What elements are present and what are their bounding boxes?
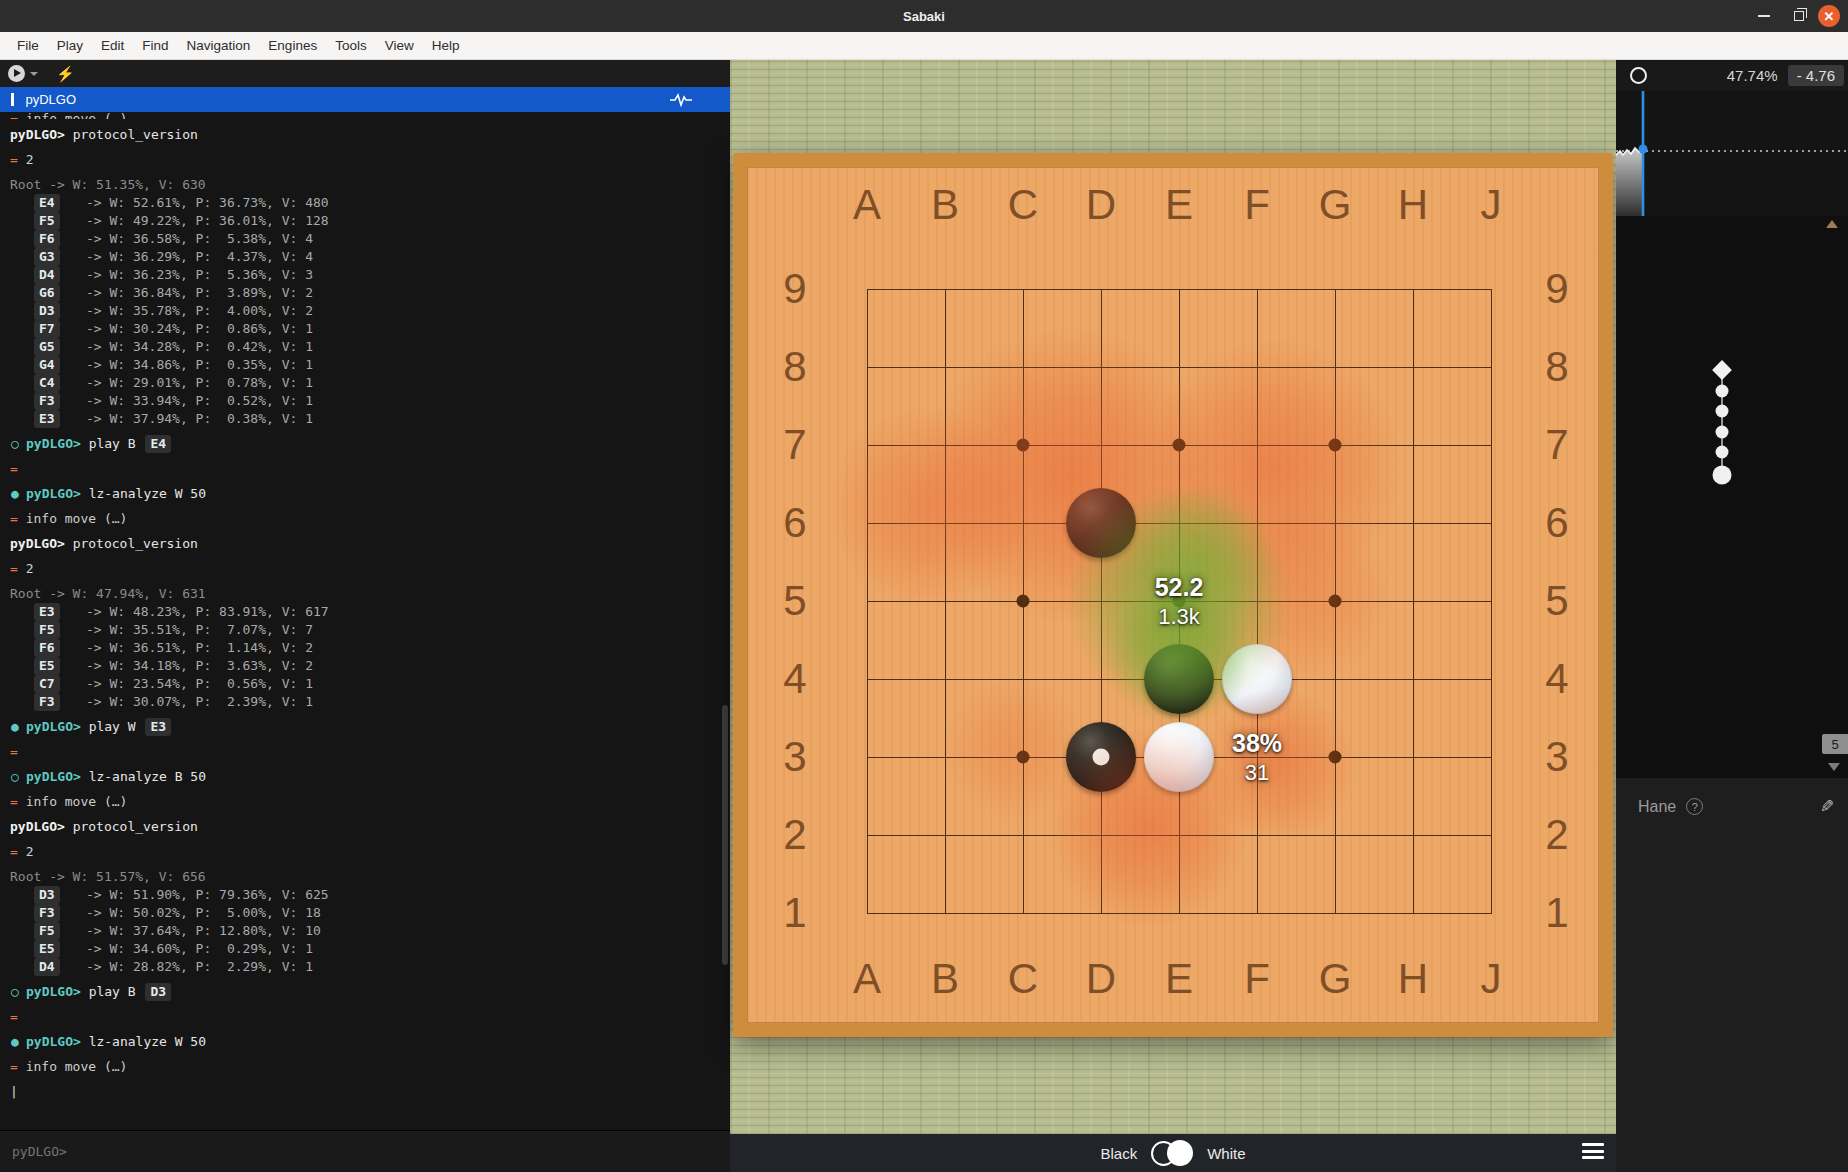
tree-node-root-diamond[interactable] [1712,360,1732,380]
console-line: F5-> W: 37.64%, P: 12.80%, V: 10 [10,922,730,940]
player-bar: Black White [730,1134,1616,1172]
console-scrollbar[interactable] [722,705,728,965]
coord-left-9: 9 [783,265,806,313]
console-line: = 2 [10,843,730,861]
coord-bottom-B: B [931,955,959,1003]
coord-bottom-A: A [853,955,881,1003]
coord-bottom-C: C [1008,955,1038,1003]
console-line: Root -> W: 47.94%, V: 631 [10,585,730,603]
minimize-button[interactable] [1758,0,1770,32]
last-move-marker [1093,749,1110,766]
console-log[interactable]: = info move (…)pyDLGO> protocol_version=… [0,112,730,1130]
annotation-help-icon[interactable]: ? [1686,798,1703,815]
console-line: pyDLGO> protocol_version [10,535,730,553]
coord-top-F: F [1244,181,1270,229]
white-stone-icon [1167,1140,1193,1166]
console-line: = [10,460,730,478]
coord-right-8: 8 [1545,343,1568,391]
black-stone-E4 [1144,644,1214,714]
console-line: pyDLGO> protocol_version [10,818,730,836]
console-line: E3-> W: 37.94%, P: 0.38%, V: 1 [10,410,730,428]
game-tree[interactable] [1616,216,1848,778]
coord-top-D: D [1086,181,1116,229]
console-line: | [10,1083,730,1101]
coord-bottom-G: G [1319,955,1352,1003]
black-stone-D3 [1066,722,1136,792]
coord-top-B: B [931,181,959,229]
tree-scroll-up-icon[interactable] [1826,220,1838,228]
console-line: F3-> W: 30.07%, P: 2.39%, V: 1 [10,693,730,711]
hoshi-C5 [1017,595,1030,608]
tree-node-current[interactable] [1713,465,1732,484]
menu-bar: FilePlayEditFindNavigationEnginesToolsVi… [0,32,1848,60]
console-line: = info move (…) [10,112,730,119]
console-line: G3-> W: 36.29%, P: 4.37%, V: 4 [10,248,730,266]
console-line: ●pyDLGO> lz-analyze W 50 [10,485,730,503]
console-line: = 2 [10,560,730,578]
console-toolbar: ⚡ [0,60,730,87]
slider-down-icon[interactable] [1828,763,1840,771]
board-panel: AABBCCDDEEFFGGHHJJ998877665544332211 52.… [730,60,1616,1134]
console-line: C4-> W: 29.01%, P: 0.78%, V: 1 [10,374,730,392]
console-line: F6-> W: 36.51%, P: 1.14%, V: 2 [10,639,730,657]
menu-engines[interactable]: Engines [259,32,326,60]
move-slider-value[interactable]: 5 [1822,734,1848,754]
score-badge[interactable]: - 4.76 [1788,65,1844,86]
console-line: G5-> W: 34.28%, P: 0.42%, V: 1 [10,338,730,356]
coord-left-2: 2 [783,811,806,859]
hoshi-C7 [1017,439,1030,452]
menu-tools[interactable]: Tools [326,32,376,60]
chevron-down-icon[interactable] [30,72,38,76]
console-line: D4-> W: 36.23%, P: 5.36%, V: 3 [10,266,730,284]
console-line: D4-> W: 28.82%, P: 2.29%, V: 1 [10,958,730,976]
menu-edit[interactable]: Edit [92,32,133,60]
winrate-area [1616,148,1643,216]
engine-name: pyDLGO [26,92,77,107]
coord-left-5: 5 [783,577,806,625]
menu-find[interactable]: Find [133,32,177,60]
current-move-dot [1639,145,1648,154]
console-line: ●pyDLGO> lz-analyze W 50 [10,1033,730,1051]
go-board[interactable]: AABBCCDDEEFFGGHHJJ998877665544332211 52.… [733,153,1613,1037]
console-line: F3-> W: 33.94%, P: 0.52%, V: 1 [10,392,730,410]
comment-panel: Hane ? ✎ [1616,778,1848,1172]
coord-top-J: J [1481,181,1502,229]
hoshi-E7 [1173,439,1186,452]
coord-left-8: 8 [783,343,806,391]
console-line: = 2 [10,151,730,169]
console-line: ○pyDLGO> play B D3 [10,983,730,1001]
coord-top-H: H [1398,181,1428,229]
sidebar: 47.74% - 4.76 5 [1616,60,1848,1172]
comment-title: Hane [1638,798,1676,816]
console-line: D3-> W: 51.90%, P: 79.36%, V: 625 [10,886,730,904]
coord-left-6: 6 [783,499,806,547]
coord-left-3: 3 [783,733,806,781]
lightning-icon[interactable]: ⚡ [56,65,75,83]
coord-right-1: 1 [1545,889,1568,937]
console-input-placeholder: pyDLGO> [12,1144,67,1159]
hoshi-G7 [1329,439,1342,452]
console-line: E3-> W: 48.23%, P: 83.91%, V: 617 [10,603,730,621]
black-stone-D6 [1066,488,1136,558]
console-line: Root -> W: 51.35%, V: 630 [10,176,730,194]
console-line: = info move (…) [10,1058,730,1076]
coord-right-5: 5 [1545,577,1568,625]
console-line: E4-> W: 52.61%, P: 36.73%, V: 480 [10,194,730,212]
menu-navigation[interactable]: Navigation [178,32,260,60]
edit-pencil-icon[interactable]: ✎ [1820,796,1834,817]
analysis-label-F3: 38%31 [1232,728,1282,787]
menu-play[interactable]: Play [48,32,92,60]
coord-top-G: G [1319,181,1352,229]
coord-right-6: 6 [1545,499,1568,547]
coord-bottom-F: F [1244,955,1270,1003]
tree-node-move[interactable] [1716,446,1729,459]
console-line: = [10,1008,730,1026]
console-line: G6-> W: 36.84%, P: 3.89%, V: 2 [10,284,730,302]
sabaki-window: Sabaki ✕ FilePlayEditFindNavigationEngin… [0,0,1848,1172]
white-to-play-icon [1630,67,1647,84]
console-line: pyDLGO> protocol_version [10,126,730,144]
turn-toggle[interactable] [1151,1140,1193,1166]
coord-bottom-J: J [1481,955,1502,1003]
winrate-graph[interactable] [1616,91,1848,216]
coord-left-4: 4 [783,655,806,703]
hoshi-C3 [1017,751,1030,764]
maximize-button[interactable] [1794,0,1804,32]
coord-bottom-H: H [1398,955,1428,1003]
console-line: G4-> W: 34.86%, P: 0.35%, V: 1 [10,356,730,374]
white-stone-E3 [1144,722,1214,792]
console-input[interactable]: pyDLGO> [0,1130,730,1172]
console-line: = info move (…) [10,510,730,528]
console-line: Root -> W: 51.57%, V: 656 [10,868,730,886]
console-line: E5-> W: 34.18%, P: 3.63%, V: 2 [10,657,730,675]
hoshi-G5 [1329,595,1342,608]
coord-top-C: C [1008,181,1038,229]
console-line: = [10,743,730,761]
console-line: F5-> W: 49.22%, P: 36.01%, V: 128 [10,212,730,230]
menu-help[interactable]: Help [423,32,469,60]
analysis-label-E5: 52.21.3k [1155,572,1204,631]
coord-right-4: 4 [1545,655,1568,703]
coord-bottom-D: D [1086,955,1116,1003]
tree-node-move[interactable] [1716,405,1729,418]
white-stone-F4 [1222,644,1292,714]
window-title: Sabaki [903,9,945,24]
menu-hamburger-icon[interactable] [1582,1143,1604,1163]
console-line: E5-> W: 34.60%, P: 0.29%, V: 1 [10,940,730,958]
engine-play-icon[interactable] [8,65,25,82]
white-player-label: White [1207,1145,1245,1162]
coord-right-9: 9 [1545,265,1568,313]
gtp-console-panel: ⚡ pyDLGO = info move (…)pyDLGO> protocol… [0,60,730,1172]
menu-view[interactable]: View [376,32,423,60]
title-bar: Sabaki ✕ [0,0,1848,32]
black-player-label: Black [1100,1145,1137,1162]
coord-top-A: A [853,181,881,229]
engine-tab[interactable]: pyDLGO [0,87,730,112]
console-line: ●pyDLGO> play W E3 [10,718,730,736]
console-line: D3-> W: 35.78%, P: 4.00%, V: 2 [10,302,730,320]
tree-node-move[interactable] [1716,384,1729,397]
engine-indicator [11,93,14,106]
coord-top-E: E [1165,181,1193,229]
console-line: F7-> W: 30.24%, P: 0.86%, V: 1 [10,320,730,338]
hoshi-G3 [1329,751,1342,764]
console-line: = info move (…) [10,793,730,811]
activity-pulse-icon [670,93,692,107]
console-line: F5-> W: 35.51%, P: 7.07%, V: 7 [10,621,730,639]
coord-bottom-E: E [1165,955,1193,1003]
close-icon: ✕ [1818,5,1840,27]
console-line: C7-> W: 23.54%, P: 0.56%, V: 1 [10,675,730,693]
console-line: F6-> W: 36.58%, P: 5.38%, V: 4 [10,230,730,248]
winrate-value: 47.74% [1727,67,1778,84]
winrate-header: 47.74% - 4.76 [1616,60,1848,91]
console-line: ○pyDLGO> lz-analyze B 50 [10,768,730,786]
coord-right-2: 2 [1545,811,1568,859]
coord-left-1: 1 [783,889,806,937]
console-line: F3-> W: 50.02%, P: 5.00%, V: 18 [10,904,730,922]
coord-right-3: 3 [1545,733,1568,781]
tree-node-move[interactable] [1716,425,1729,438]
close-button[interactable]: ✕ [1818,0,1840,32]
coord-right-7: 7 [1545,421,1568,469]
console-line: ○pyDLGO> play B E4 [10,435,730,453]
coord-left-7: 7 [783,421,806,469]
menu-file[interactable]: File [8,32,48,60]
